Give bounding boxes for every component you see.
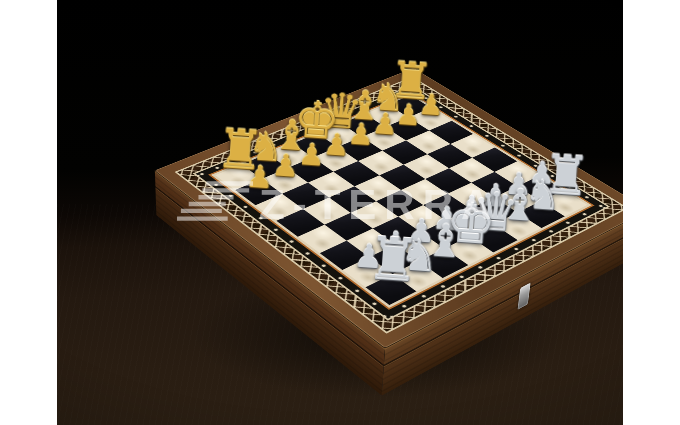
product-photo: ♜♞♝♛♚♝♞♜♟♟♟♟♟♟♟♟♟♟♟♟♟♟♟♟♜♞♝♛♚♝♞♜ Z-TERRA <box>57 0 623 425</box>
image-canvas: ♜♞♝♛♚♝♞♜♟♟♟♟♟♟♟♟♟♟♟♟♟♟♟♟♜♞♝♛♚♝♞♜ Z-TERRA <box>0 0 680 425</box>
board-square-dark[interactable] <box>282 183 329 209</box>
canvas-margin-right <box>623 0 680 425</box>
piece-glyph: ♜ <box>360 217 426 291</box>
board-square-dark[interactable] <box>276 209 324 237</box>
latch-clasp <box>518 283 531 310</box>
piece-glyph: ♟ <box>230 125 291 194</box>
board-square-light[interactable] <box>255 194 303 221</box>
canvas-margin-left <box>0 0 57 425</box>
